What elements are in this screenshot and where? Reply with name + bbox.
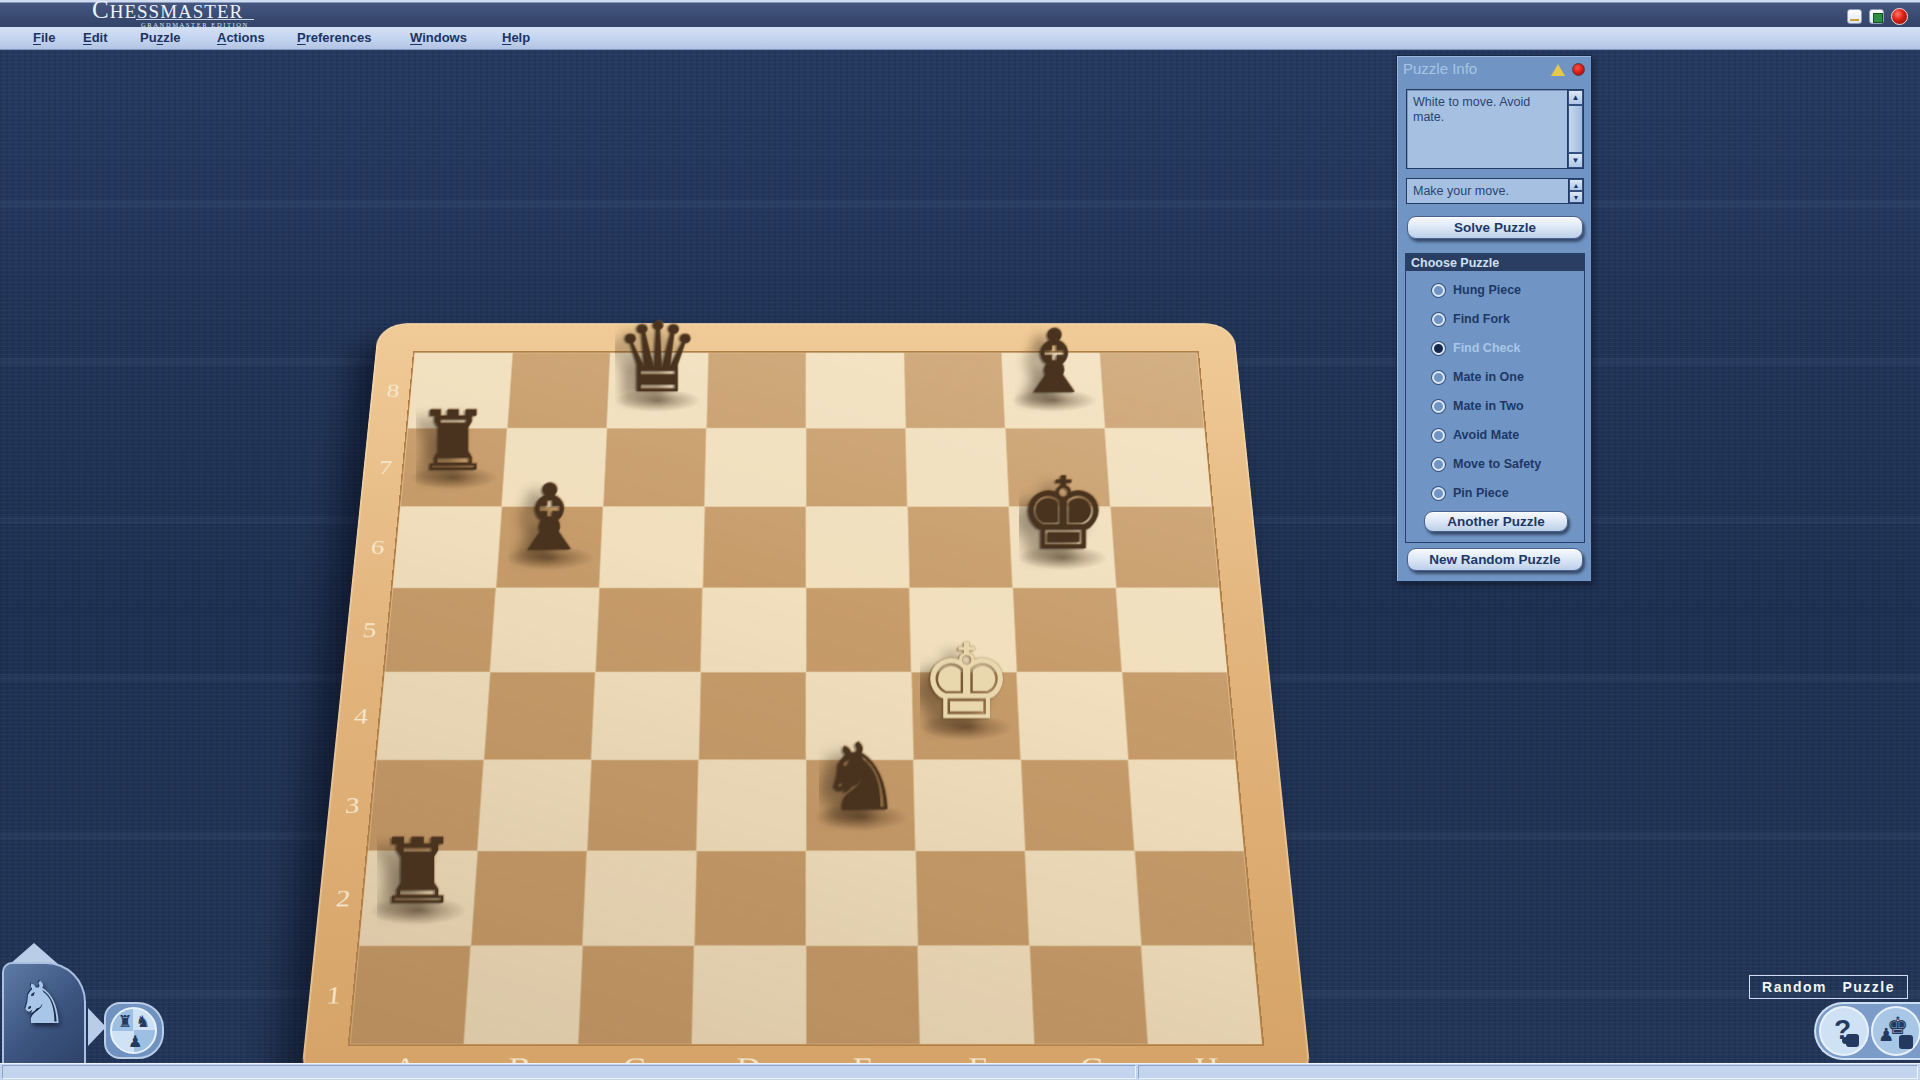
- puzzle-description-text: White to move. Avoid mate.: [1413, 95, 1558, 125]
- radio-hung-piece[interactable]: Hung Piece: [1432, 282, 1521, 298]
- table-background: ♛♝♜♝♚♚♞♜ 87654321ABCDEFGH Puzzle Info Wh…: [0, 50, 1920, 1063]
- another-puzzle-button[interactable]: Another Puzzle: [1424, 511, 1568, 532]
- choose-puzzle-group: Choose Puzzle Hung Piece Find Fork Find …: [1405, 253, 1585, 543]
- menu-edit[interactable]: Edit: [83, 30, 108, 45]
- logo-title: CHESSMASTER: [92, 1, 254, 21]
- pawn-icon: ♟: [1878, 1024, 1894, 1045]
- close-icon[interactable]: [1891, 8, 1908, 25]
- radio-icon: [1432, 371, 1445, 384]
- rank-label-3: 3: [337, 791, 368, 818]
- solve-puzzle-button[interactable]: Solve Puzzle: [1407, 216, 1583, 239]
- rank-label-4: 4: [346, 703, 376, 729]
- chess-board: ♛♝♜♝♚♚♞♜ 87654321ABCDEFGH: [300, 323, 1312, 1080]
- radio-find-fork[interactable]: Find Fork: [1432, 311, 1510, 327]
- help-button[interactable]: ?: [1819, 1006, 1869, 1056]
- radio-icon: [1432, 313, 1445, 326]
- knight-icon: ♞: [136, 1014, 150, 1030]
- radio-move-to-safety[interactable]: Move to Safety: [1432, 456, 1541, 472]
- puzzle-buttons-pill: ? ♚ ♟: [1814, 1002, 1920, 1060]
- status-bar: [0, 1063, 1920, 1080]
- menu-file[interactable]: File: [33, 30, 55, 45]
- rank-label-5: 5: [355, 617, 385, 642]
- random-puzzle-button[interactable]: ♚ ♟: [1871, 1006, 1920, 1056]
- piece-layer: ♛♝♜♝♚♚♞♜: [350, 353, 1262, 1045]
- panels-toggle-button[interactable]: ♜ ♞ ♟: [104, 1002, 164, 1059]
- move-spinner[interactable]: ▲ ▼: [1568, 179, 1583, 203]
- radio-icon: [1432, 487, 1445, 500]
- status-right: [1138, 1065, 1918, 1079]
- radio-icon: [1432, 458, 1445, 471]
- radio-icon: [1432, 429, 1445, 442]
- menu-preferences[interactable]: Preferences: [297, 30, 371, 45]
- new-random-puzzle-button[interactable]: New Random Puzzle: [1407, 548, 1583, 571]
- choose-puzzle-header: Choose Puzzle: [1406, 254, 1584, 271]
- radio-icon: [1432, 284, 1445, 297]
- rook-icon: ♜: [118, 1014, 132, 1030]
- radio-mate-in-two[interactable]: Mate in Two: [1432, 398, 1524, 414]
- menu-actions[interactable]: Actions: [217, 30, 265, 45]
- rank-label-8: 8: [379, 379, 407, 401]
- window-controls: [1847, 8, 1908, 25]
- board-rim: ♛♝♜♝♚♚♞♜ 87654321ABCDEFGH: [300, 323, 1312, 1080]
- menu-help[interactable]: Help: [502, 30, 530, 45]
- random-puzzle-label: Random Puzzle: [1749, 975, 1908, 999]
- menu-windows[interactable]: Windows: [410, 30, 467, 45]
- puzzle-piece-icon: [1846, 1034, 1859, 1047]
- radio-pin-piece[interactable]: Pin Piece: [1432, 485, 1509, 501]
- puzzle-piece-icon: [1899, 1035, 1913, 1049]
- scroll-down-icon[interactable]: ▼: [1568, 153, 1583, 168]
- minimize-icon[interactable]: [1847, 9, 1862, 24]
- pawn-icon: ♟: [128, 1034, 142, 1050]
- expand-up-icon[interactable]: [10, 943, 58, 964]
- scroll-thumb[interactable]: [1568, 105, 1583, 153]
- rank-label-6: 6: [363, 535, 392, 559]
- chessmaster-logo: CHESSMASTER GRANDMASTER EDITION: [92, 1, 254, 28]
- spinner-up-icon[interactable]: ▲: [1569, 179, 1583, 191]
- chess-emblem-icon: ♜ ♞ ♟: [110, 1007, 157, 1054]
- alert-triangle-icon[interactable]: [1551, 64, 1565, 76]
- radio-avoid-mate[interactable]: Avoid Mate: [1432, 427, 1519, 443]
- chessmaster-corner-panel[interactable]: ♞: [2, 962, 86, 1063]
- radio-icon: [1432, 400, 1445, 413]
- panel-title: Puzzle Info: [1403, 60, 1477, 77]
- scrollbar[interactable]: ▲ ▼: [1567, 90, 1583, 168]
- move-prompt-box: Make your move. ▲ ▼: [1406, 178, 1584, 204]
- scroll-up-icon[interactable]: ▲: [1568, 90, 1583, 105]
- maximize-icon[interactable]: [1869, 9, 1884, 24]
- menu-puzzle[interactable]: Puzzle: [140, 30, 180, 45]
- chessmaster-knight-logo: ♞: [16, 974, 68, 1032]
- puzzle-description-box: White to move. Avoid mate. ▲ ▼: [1406, 89, 1584, 169]
- rank-label-2: 2: [328, 884, 360, 912]
- title-bar: CHESSMASTER GRANDMASTER EDITION: [0, 0, 1920, 27]
- spinner-down-icon[interactable]: ▼: [1569, 191, 1583, 203]
- move-prompt-text: Make your move.: [1413, 184, 1509, 198]
- menu-bar: FileEditPuzzleActionsPreferencesWindowsH…: [0, 27, 1920, 50]
- rank-label-7: 7: [371, 455, 399, 478]
- status-left: [2, 1065, 1136, 1079]
- puzzle-info-panel: Puzzle Info White to move. Avoid mate. ▲…: [1396, 55, 1592, 582]
- radio-find-check[interactable]: Find Check: [1432, 340, 1520, 356]
- close-pane-icon[interactable]: [1572, 63, 1585, 76]
- radio-icon: [1432, 342, 1445, 355]
- radio-mate-in-one[interactable]: Mate in One: [1432, 369, 1524, 385]
- board-inner: ♛♝♜♝♚♚♞♜: [350, 353, 1262, 1045]
- rank-label-1: 1: [318, 980, 350, 1009]
